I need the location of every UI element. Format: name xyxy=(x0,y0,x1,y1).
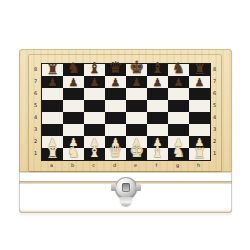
rank-label-4-right: 4 xyxy=(210,111,219,123)
square-d5 xyxy=(105,100,126,112)
square-a7: ♟ xyxy=(42,76,63,88)
rank-label-5-left: 5 xyxy=(31,99,40,111)
square-a3 xyxy=(42,124,63,136)
square-h7: ♟ xyxy=(189,76,210,88)
rank-label-3-right: 3 xyxy=(210,123,219,135)
square-f6 xyxy=(147,88,168,100)
rank-label-1-right: 1 xyxy=(210,147,219,159)
rank-label-7-right: 7 xyxy=(210,75,219,87)
square-g5 xyxy=(168,100,189,112)
white-knight: ♞ xyxy=(67,145,80,160)
square-e1: ♚ xyxy=(126,148,147,160)
square-h6 xyxy=(189,88,210,100)
rank-label-7-left: 7 xyxy=(31,75,40,87)
square-e5 xyxy=(126,100,147,112)
white-rook: ♜ xyxy=(46,146,59,160)
black-pawn: ♟ xyxy=(111,77,121,88)
black-knight: ♞ xyxy=(172,61,185,76)
white-bishop: ♝ xyxy=(151,145,164,160)
black-pawn: ♟ xyxy=(195,77,205,88)
square-h3 xyxy=(189,124,210,136)
white-king: ♚ xyxy=(129,143,144,160)
square-d4 xyxy=(105,112,126,124)
square-a8: ♜ xyxy=(42,64,63,76)
square-g6 xyxy=(168,88,189,100)
square-b1: ♞ xyxy=(63,148,84,160)
rank-label-2-left: 2 xyxy=(31,135,40,147)
file-label-e: e xyxy=(125,161,146,169)
chess-set-product-photo: ♜♞♝♛♚♝♞♜♟♟♟♟♟♟♟♟♟♟♟♟♟♟♟♟♜♞♝♛♚♝♞♜ 8877665… xyxy=(0,0,250,250)
rank-label-3-left: 3 xyxy=(31,123,40,135)
square-d1: ♛ xyxy=(105,148,126,160)
square-h5 xyxy=(189,100,210,112)
square-b6 xyxy=(63,88,84,100)
white-bishop: ♝ xyxy=(88,145,101,160)
black-pawn: ♟ xyxy=(153,77,163,88)
square-f8: ♝ xyxy=(147,64,168,76)
file-label-g: g xyxy=(167,161,188,169)
file-label-d: d xyxy=(104,161,125,169)
square-c6 xyxy=(84,88,105,100)
rank-label-1-left: 1 xyxy=(31,147,40,159)
black-rook: ♜ xyxy=(193,62,206,76)
rank-label-6-left: 6 xyxy=(31,87,40,99)
black-knight: ♞ xyxy=(67,61,80,76)
square-b7: ♟ xyxy=(63,76,84,88)
file-label-c: c xyxy=(83,161,104,169)
square-a6 xyxy=(42,88,63,100)
black-pawn: ♟ xyxy=(48,77,58,88)
rank-label-5-right: 5 xyxy=(210,99,219,111)
rank-label-2-right: 2 xyxy=(210,135,219,147)
square-g4 xyxy=(168,112,189,124)
square-f7: ♟ xyxy=(147,76,168,88)
rank-label-4-left: 4 xyxy=(31,111,40,123)
black-pawn: ♟ xyxy=(174,77,184,88)
square-b8: ♞ xyxy=(63,64,84,76)
black-king: ♚ xyxy=(129,59,144,76)
square-d3 xyxy=(105,124,126,136)
square-a1: ♜ xyxy=(42,148,63,160)
black-queen: ♛ xyxy=(108,60,122,76)
square-e8: ♚ xyxy=(126,64,147,76)
square-e4 xyxy=(126,112,147,124)
rank-label-6-right: 6 xyxy=(210,87,219,99)
clasp-slot xyxy=(122,183,130,192)
square-b5 xyxy=(63,100,84,112)
square-f5 xyxy=(147,100,168,112)
square-f4 xyxy=(147,112,168,124)
rank-label-8-left: 8 xyxy=(31,63,40,75)
box-front xyxy=(19,172,232,213)
file-label-a: a xyxy=(41,161,62,169)
square-c5 xyxy=(84,100,105,112)
square-d8: ♛ xyxy=(105,64,126,76)
black-rook: ♜ xyxy=(46,62,59,76)
square-c3 xyxy=(84,124,105,136)
chess-board: ♜♞♝♛♚♝♞♜♟♟♟♟♟♟♟♟♟♟♟♟♟♟♟♟♜♞♝♛♚♝♞♜ 8877665… xyxy=(29,55,221,171)
clasp-left-plate xyxy=(111,184,116,191)
white-queen: ♛ xyxy=(108,144,122,160)
square-h8: ♜ xyxy=(189,64,210,76)
black-pawn: ♟ xyxy=(69,77,79,88)
square-c1: ♝ xyxy=(84,148,105,160)
white-knight: ♞ xyxy=(172,145,185,160)
board-squares: ♜♞♝♛♚♝♞♜♟♟♟♟♟♟♟♟♟♟♟♟♟♟♟♟♜♞♝♛♚♝♞♜ xyxy=(41,63,211,161)
black-pawn: ♟ xyxy=(132,77,142,88)
square-g7: ♟ xyxy=(168,76,189,88)
wooden-chess-box: ♜♞♝♛♚♝♞♜♟♟♟♟♟♟♟♟♟♟♟♟♟♟♟♟♜♞♝♛♚♝♞♜ 8877665… xyxy=(19,49,232,213)
square-e3 xyxy=(126,124,147,136)
square-c7: ♟ xyxy=(84,76,105,88)
square-a5 xyxy=(42,100,63,112)
square-d6 xyxy=(105,88,126,100)
box-lid-top: ♜♞♝♛♚♝♞♜♟♟♟♟♟♟♟♟♟♟♟♟♟♟♟♟♜♞♝♛♚♝♞♜ 8877665… xyxy=(19,49,232,172)
file-label-h: h xyxy=(188,161,209,169)
clasp-latch-icon xyxy=(111,175,141,207)
square-b3 xyxy=(63,124,84,136)
square-b4 xyxy=(63,112,84,124)
file-label-b: b xyxy=(62,161,83,169)
rank-label-8-right: 8 xyxy=(210,63,219,75)
square-f3 xyxy=(147,124,168,136)
square-f1: ♝ xyxy=(147,148,168,160)
file-label-f: f xyxy=(146,161,167,169)
square-e6 xyxy=(126,88,147,100)
black-pawn: ♟ xyxy=(90,77,100,88)
black-bishop: ♝ xyxy=(88,61,101,76)
square-g1: ♞ xyxy=(168,148,189,160)
square-g8: ♞ xyxy=(168,64,189,76)
square-g3 xyxy=(168,124,189,136)
square-d7: ♟ xyxy=(105,76,126,88)
square-e7: ♟ xyxy=(126,76,147,88)
clasp-right-plate xyxy=(136,184,141,191)
square-c4 xyxy=(84,112,105,124)
clasp-tab xyxy=(120,197,132,206)
white-rook: ♜ xyxy=(193,146,206,160)
square-a4 xyxy=(42,112,63,124)
black-bishop: ♝ xyxy=(151,61,164,76)
square-c8: ♝ xyxy=(84,64,105,76)
square-h1: ♜ xyxy=(189,148,210,160)
square-h4 xyxy=(189,112,210,124)
